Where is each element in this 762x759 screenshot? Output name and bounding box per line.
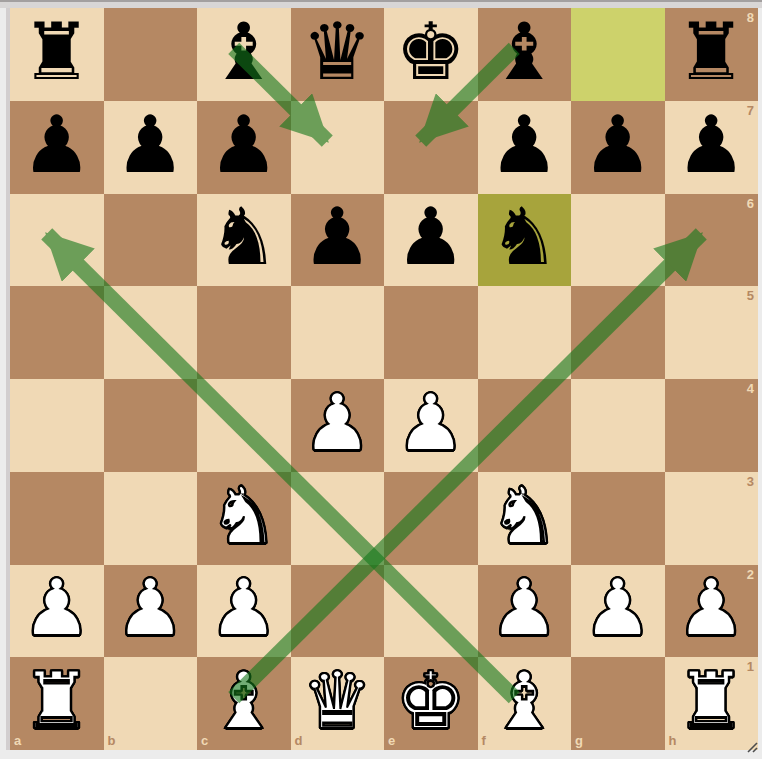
- square-f4[interactable]: [478, 379, 572, 472]
- square-h4[interactable]: 4: [665, 379, 759, 472]
- square-a1[interactable]: ♜a: [10, 657, 104, 750]
- square-c6[interactable]: ♞: [197, 194, 291, 287]
- square-h3[interactable]: 3: [665, 472, 759, 565]
- square-h6[interactable]: 6: [665, 194, 759, 287]
- square-f3[interactable]: ♞: [478, 472, 572, 565]
- rank-label-7: 7: [747, 104, 754, 117]
- white-pawn-h2[interactable]: ♟: [676, 569, 747, 648]
- square-b2[interactable]: ♟: [104, 565, 198, 658]
- square-b4[interactable]: [104, 379, 198, 472]
- rank-label-5: 5: [747, 289, 754, 302]
- square-g1[interactable]: g: [571, 657, 665, 750]
- square-c4[interactable]: [197, 379, 291, 472]
- white-knight-c3[interactable]: ♞: [208, 477, 279, 556]
- square-h5[interactable]: 5: [665, 286, 759, 379]
- file-label-a: a: [14, 734, 21, 747]
- square-a2[interactable]: ♟: [10, 565, 104, 658]
- square-e4[interactable]: ♟: [384, 379, 478, 472]
- white-bishop-f1[interactable]: ♝: [489, 662, 560, 741]
- file-label-g: g: [575, 734, 583, 747]
- square-b6[interactable]: [104, 194, 198, 287]
- square-g8[interactable]: [571, 8, 665, 101]
- square-h8[interactable]: ♜8: [665, 8, 759, 101]
- square-f5[interactable]: [478, 286, 572, 379]
- square-h1[interactable]: ♜h1: [665, 657, 759, 750]
- square-b7[interactable]: ♟: [104, 101, 198, 194]
- square-f2[interactable]: ♟: [478, 565, 572, 658]
- square-d1[interactable]: ♛d: [291, 657, 385, 750]
- square-c8[interactable]: ♝: [197, 8, 291, 101]
- file-label-e: e: [388, 734, 395, 747]
- square-b8[interactable]: [104, 8, 198, 101]
- rank-label-4: 4: [747, 382, 754, 395]
- square-g5[interactable]: [571, 286, 665, 379]
- chess-board: ♜♝♛♚♝♜8♟♟♟♟♟♟7♞♟♟♞65♟♟4♞♞3♟♟♟♟♟♟2♜ab♝c♛d…: [10, 8, 758, 750]
- black-bishop-f8[interactable]: ♝: [489, 13, 560, 92]
- square-e1[interactable]: ♚e: [384, 657, 478, 750]
- square-c7[interactable]: ♟: [197, 101, 291, 194]
- square-b3[interactable]: [104, 472, 198, 565]
- board-window: ♜♝♛♚♝♜8♟♟♟♟♟♟7♞♟♟♞65♟♟4♞♞3♟♟♟♟♟♟2♜ab♝c♛d…: [0, 0, 762, 759]
- file-label-f: f: [482, 734, 486, 747]
- square-c2[interactable]: ♟: [197, 565, 291, 658]
- file-label-b: b: [108, 734, 116, 747]
- black-knight-c6[interactable]: ♞: [208, 198, 279, 277]
- black-king-e8[interactable]: ♚: [395, 13, 466, 92]
- white-pawn-d4[interactable]: ♟: [302, 384, 373, 463]
- rank-label-2: 2: [747, 568, 754, 581]
- black-pawn-f7[interactable]: ♟: [489, 106, 560, 185]
- square-e8[interactable]: ♚: [384, 8, 478, 101]
- rank-label-6: 6: [747, 197, 754, 210]
- square-d3[interactable]: [291, 472, 385, 565]
- rank-label-1: 1: [747, 660, 754, 673]
- square-d4[interactable]: ♟: [291, 379, 385, 472]
- black-rook-a8[interactable]: ♜: [21, 13, 92, 92]
- square-f6[interactable]: ♞: [478, 194, 572, 287]
- white-rook-h1[interactable]: ♜: [676, 662, 747, 741]
- square-d2[interactable]: [291, 565, 385, 658]
- resize-grip-icon[interactable]: [744, 739, 760, 755]
- square-d6[interactable]: ♟: [291, 194, 385, 287]
- rank-label-8: 8: [747, 11, 754, 24]
- square-g7[interactable]: ♟: [571, 101, 665, 194]
- square-f1[interactable]: ♝f: [478, 657, 572, 750]
- square-b1[interactable]: b: [104, 657, 198, 750]
- black-queen-d8[interactable]: ♛: [302, 13, 373, 92]
- white-rook-a1[interactable]: ♜: [21, 662, 92, 741]
- square-e5[interactable]: [384, 286, 478, 379]
- black-pawn-d6[interactable]: ♟: [302, 198, 373, 277]
- square-g2[interactable]: ♟: [571, 565, 665, 658]
- square-e7[interactable]: [384, 101, 478, 194]
- square-f7[interactable]: ♟: [478, 101, 572, 194]
- black-pawn-e6[interactable]: ♟: [395, 198, 466, 277]
- square-d5[interactable]: [291, 286, 385, 379]
- black-pawn-g7[interactable]: ♟: [582, 106, 653, 185]
- square-h7[interactable]: ♟7: [665, 101, 759, 194]
- square-b5[interactable]: [104, 286, 198, 379]
- white-pawn-a2[interactable]: ♟: [21, 569, 92, 648]
- black-pawn-h7[interactable]: ♟: [676, 106, 747, 185]
- rank-label-3: 3: [747, 475, 754, 488]
- square-d7[interactable]: [291, 101, 385, 194]
- black-bishop-c8[interactable]: ♝: [208, 13, 279, 92]
- file-label-c: c: [201, 734, 208, 747]
- square-f8[interactable]: ♝: [478, 8, 572, 101]
- square-e2[interactable]: [384, 565, 478, 658]
- square-c3[interactable]: ♞: [197, 472, 291, 565]
- square-e6[interactable]: ♟: [384, 194, 478, 287]
- white-bishop-c1[interactable]: ♝: [208, 662, 279, 741]
- square-e3[interactable]: [384, 472, 478, 565]
- white-pawn-c2[interactable]: ♟: [208, 569, 279, 648]
- black-knight-f6[interactable]: ♞: [489, 198, 560, 277]
- white-pawn-g2[interactable]: ♟: [582, 569, 653, 648]
- square-a4[interactable]: [10, 379, 104, 472]
- white-pawn-e4[interactable]: ♟: [395, 384, 466, 463]
- white-pawn-f2[interactable]: ♟: [489, 569, 560, 648]
- white-pawn-b2[interactable]: ♟: [115, 569, 186, 648]
- square-g6[interactable]: [571, 194, 665, 287]
- white-king-e1[interactable]: ♚: [395, 662, 466, 741]
- square-a6[interactable]: [10, 194, 104, 287]
- square-d8[interactable]: ♛: [291, 8, 385, 101]
- square-h2[interactable]: ♟2: [665, 565, 759, 658]
- white-knight-f3[interactable]: ♞: [489, 477, 560, 556]
- black-rook-h8[interactable]: ♜: [676, 13, 747, 92]
- black-pawn-a7[interactable]: ♟: [21, 106, 92, 185]
- square-a5[interactable]: [10, 286, 104, 379]
- black-pawn-b7[interactable]: ♟: [115, 106, 186, 185]
- square-a7[interactable]: ♟: [10, 101, 104, 194]
- black-pawn-c7[interactable]: ♟: [208, 106, 279, 185]
- square-a3[interactable]: [10, 472, 104, 565]
- square-c5[interactable]: [197, 286, 291, 379]
- square-g4[interactable]: [571, 379, 665, 472]
- square-a8[interactable]: ♜: [10, 8, 104, 101]
- white-queen-d1[interactable]: ♛: [302, 662, 373, 741]
- square-c1[interactable]: ♝c: [197, 657, 291, 750]
- square-g3[interactable]: [571, 472, 665, 565]
